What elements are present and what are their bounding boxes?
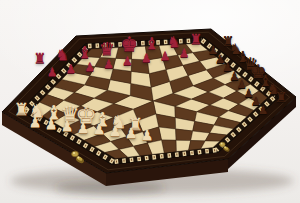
natural-pawn-5[interactable]: ♟ bbox=[93, 122, 106, 136]
red-knight[interactable]: ♞ bbox=[55, 48, 69, 63]
red-pawn-4[interactable]: ♟ bbox=[103, 58, 114, 70]
natural-pawn-4[interactable]: ♟ bbox=[77, 120, 90, 134]
red-bishop[interactable]: ♝ bbox=[77, 44, 91, 60]
red-rook[interactable]: ♜ bbox=[34, 51, 47, 65]
brown-rook[interactable]: ♜ bbox=[275, 91, 287, 105]
red-queen[interactable]: ♛ bbox=[99, 40, 115, 58]
red-pawn-8[interactable]: ♟ bbox=[179, 48, 190, 60]
natural-pawn-1[interactable]: ♟ bbox=[29, 115, 42, 129]
red-pawn-5[interactable]: ♟ bbox=[122, 56, 133, 68]
natural-pawn-7[interactable]: ♟ bbox=[125, 126, 138, 140]
natural-pawn-6[interactable]: ♟ bbox=[109, 124, 122, 138]
red-pawn-1[interactable]: ♟ bbox=[47, 67, 58, 79]
red-pawn-7[interactable]: ♟ bbox=[160, 50, 171, 62]
board-cell[interactable] bbox=[176, 129, 193, 141]
natural-rook[interactable]: ♜ bbox=[13, 101, 28, 118]
natural-pawn-3[interactable]: ♟ bbox=[61, 118, 74, 132]
red-king[interactable]: ♚ bbox=[120, 36, 138, 56]
red-rook[interactable]: ♜ bbox=[190, 32, 203, 46]
red-bishop[interactable]: ♝ bbox=[144, 36, 158, 52]
natural-pawn-8[interactable]: ♟ bbox=[141, 128, 154, 142]
brown-pawn-8[interactable]: ♟ bbox=[258, 105, 268, 117]
red-pawn-2[interactable]: ♟ bbox=[66, 64, 77, 76]
natural-pawn-2[interactable]: ♟ bbox=[45, 116, 58, 130]
red-pawn-6[interactable]: ♟ bbox=[141, 53, 152, 65]
three-player-chess-photo: ♜♞♝♛♚♝♞♜♟♟♟♟♟♟♟♟♜♞♝♛♚♝♞♜♟♟♟♟♟♟♟♟♜♞♝♛♚♝♞♜… bbox=[0, 0, 300, 203]
red-pawn-3[interactable]: ♟ bbox=[84, 61, 95, 73]
